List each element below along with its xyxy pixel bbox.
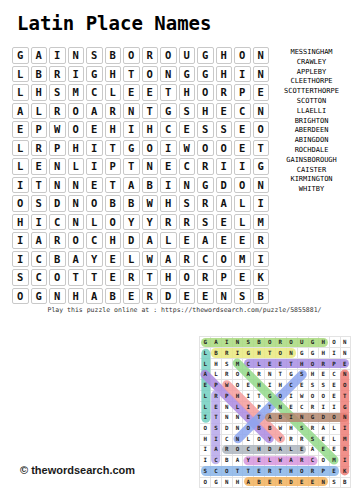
answer-cell-r10c8: Y (275, 433, 286, 444)
grid-cell-r10c3: C (49, 214, 66, 231)
grid-cell-r8c9: I (160, 177, 177, 194)
answer-cell-r11c7: D (264, 444, 275, 455)
word-list-item: KIRMINGTON (270, 175, 353, 185)
answer-cell-r8c4: N (232, 412, 243, 423)
grid-cell-r8c12: D (216, 177, 233, 194)
answer-cell-r1c6: B (254, 337, 265, 348)
grid-cell-r13c11: R (197, 269, 214, 286)
answer-cell-r13c11: R (307, 466, 318, 477)
grid-cell-r14c5: A (86, 288, 103, 305)
grid-cell-r6c10: W (179, 140, 196, 157)
answer-cell-r7c14: G (339, 401, 350, 412)
answer-cell-r5c10: E (296, 380, 307, 391)
answer-cell-r7c6: P (254, 401, 265, 412)
grid-cell-r1c5: S (86, 47, 103, 64)
answer-cell-r9c10: S (296, 423, 307, 434)
answer-cell-r7c2: E (211, 401, 222, 412)
grid-cell-r8c4: N (68, 177, 85, 194)
grid-cell-r7c1: L (12, 158, 29, 175)
word-list-item: BRIGHTON (270, 117, 353, 127)
grid-cell-r5c12: S (216, 121, 233, 138)
grid-cell-r14c12: N (216, 288, 233, 305)
grid-cell-r10c11: S (197, 214, 214, 231)
answer-cell-r1c11: G (307, 337, 318, 348)
answer-cell-r3c11: O (307, 358, 318, 369)
answer-cell-r3c3: S (221, 358, 232, 369)
word-list-item: MESSINGHAM (270, 48, 353, 58)
answer-cell-r3c14: E (339, 358, 350, 369)
answer-cell-r3c1: L (200, 358, 211, 369)
grid-cell-r10c9: R (160, 214, 177, 231)
grid-cell-r11c3: R (49, 232, 66, 249)
grid-cell-r11c1: I (12, 232, 29, 249)
grid-cell-r4c1: A (12, 103, 29, 120)
answer-cell-r1c7: O (264, 337, 275, 348)
answer-cell-r11c8: A (275, 444, 286, 455)
grid-cell-r3c10: H (179, 84, 196, 101)
grid-cell-r2c8: O (142, 66, 159, 83)
answer-cell-r10c12: E (318, 433, 329, 444)
word-list-item: ABERDEEN (270, 126, 353, 136)
answer-cell-r8c10: N (296, 412, 307, 423)
grid-cell-r1c1: G (12, 47, 29, 64)
answer-cell-r10c7: Y (264, 433, 275, 444)
grid-cell-r9c7: B (123, 195, 140, 212)
answer-cell-r10c5: L (243, 433, 254, 444)
answer-cell-r7c5: I (243, 401, 254, 412)
grid-cell-r6c2: R (31, 140, 48, 157)
answer-cell-r4c7: N (264, 369, 275, 380)
answer-cell-r5c14: O (339, 380, 350, 391)
answer-cell-r10c13: L (329, 433, 340, 444)
grid-cell-r12c9: A (160, 251, 177, 268)
answer-cell-r8c9: I (286, 412, 297, 423)
answer-cell-r4c3: R (221, 369, 232, 380)
word-list-item: ROCHDALE (270, 146, 353, 156)
grid-cell-r10c1: H (12, 214, 29, 231)
answer-cell-r9c2: S (211, 423, 222, 434)
grid-cell-r3c3: S (49, 84, 66, 101)
answer-cell-r11c4: O (232, 444, 243, 455)
grid-cell-r3c8: E (142, 84, 159, 101)
grid-cell-r1c7: O (123, 47, 140, 64)
answer-cell-r8c7: A (264, 412, 275, 423)
grid-cell-r12c12: O (216, 251, 233, 268)
grid-cell-r12c8: W (142, 251, 159, 268)
grid-cell-r2c11: G (197, 66, 214, 83)
grid-cell-r6c9: I (160, 140, 177, 157)
answer-cell-r5c11: S (307, 380, 318, 391)
answer-cell-r8c6: T (254, 412, 265, 423)
grid-cell-r5c14: O (253, 121, 270, 138)
grid-cell-r8c11: G (197, 177, 214, 194)
grid-cell-r10c8: Y (142, 214, 159, 231)
grid-cell-r13c7: R (123, 269, 140, 286)
grid-cell-r4c12: E (216, 103, 233, 120)
answer-cell-r4c10: S (296, 369, 307, 380)
answer-cell-r10c10: R (296, 433, 307, 444)
grid-cell-r7c9: E (160, 158, 177, 175)
grid-cell-r2c9: N (160, 66, 177, 83)
answer-cell-r10c4: N (232, 433, 243, 444)
answer-cell-r7c9: E (286, 401, 297, 412)
grid-cell-r14c4: H (68, 288, 85, 305)
answer-cell-r4c14: N (339, 369, 350, 380)
grid-cell-r14c9: D (160, 288, 177, 305)
grid-cell-r4c10: S (179, 103, 196, 120)
word-list: MESSINGHAMCRAWLEYAPPLEBYCLEETHORPESCOTTE… (270, 48, 353, 195)
grid-cell-r11c8: A (142, 232, 159, 249)
grid-cell-r10c14: M (253, 214, 270, 231)
answer-cell-r14c10: E (296, 476, 307, 487)
answer-cell-r10c6: O (254, 433, 265, 444)
answer-cell-r8c8: B (275, 412, 286, 423)
grid-cell-r13c4: T (68, 269, 85, 286)
grid-cell-r4c5: A (86, 103, 103, 120)
grid-cell-r11c2: A (31, 232, 48, 249)
grid-cell-r2c12: H (216, 66, 233, 83)
answer-key-grid: GAINSBOROUGHONLBRIGHTONGGHINLHSMCLEETHOR… (199, 336, 351, 488)
answer-cell-r12c8: W (275, 455, 286, 466)
grid-cell-r9c9: H (160, 195, 177, 212)
grid-cell-r11c9: L (160, 232, 177, 249)
grid-cell-r9c11: R (197, 195, 214, 212)
answer-cell-r2c6: H (254, 348, 265, 359)
grid-cell-r13c3: O (49, 269, 66, 286)
answer-cell-r11c3: R (221, 444, 232, 455)
grid-cell-r4c6: R (105, 103, 122, 120)
grid-cell-r14c6: B (105, 288, 122, 305)
grid-cell-r7c12: I (216, 158, 233, 175)
grid-cell-r5c5: E (86, 121, 103, 138)
grid-cell-r2c6: H (105, 66, 122, 83)
grid-cell-r7c7: T (123, 158, 140, 175)
grid-cell-r14c13: S (234, 288, 251, 305)
grid-cell-r6c7: G (123, 140, 140, 157)
answer-cell-r11c6: H (254, 444, 265, 455)
grid-cell-r8c5: E (86, 177, 103, 194)
answer-cell-r2c9: N (286, 348, 297, 359)
grid-cell-r2c1: L (12, 66, 29, 83)
grid-cell-r7c5: I (86, 158, 103, 175)
grid-cell-r13c6: E (105, 269, 122, 286)
grid-cell-r5c6: H (105, 121, 122, 138)
grid-cell-r9c8: W (142, 195, 159, 212)
grid-cell-r5c2: P (31, 121, 48, 138)
answer-cell-r8c1: I (200, 412, 211, 423)
answer-cell-r6c2: R (211, 391, 222, 402)
answer-cell-r6c13: E (329, 391, 340, 402)
grid-cell-r3c6: L (105, 84, 122, 101)
grid-cell-r6c6: T (105, 140, 122, 157)
grid-cell-r6c11: O (197, 140, 214, 157)
page-title: Latin Place Names (17, 12, 211, 34)
grid-cell-r14c8: R (142, 288, 159, 305)
grid-cell-r6c1: L (12, 140, 29, 157)
puzzle-url-caption: Play this puzzle online at : https://the… (16, 306, 353, 314)
answer-cell-r8c2: T (211, 412, 222, 423)
grid-cell-r5c3: W (49, 121, 66, 138)
answer-cell-r9c13: L (329, 423, 340, 434)
grid-cell-r11c6: H (105, 232, 122, 249)
answer-cell-r1c3: I (221, 337, 232, 348)
answer-cell-r6c8: O (275, 391, 286, 402)
answer-cell-r9c1: O (200, 423, 211, 434)
grid-cell-r2c10: G (179, 66, 196, 83)
grid-cell-r5c10: E (179, 121, 196, 138)
word-list-item: WHITBY (270, 185, 353, 195)
answer-cell-r2c3: R (221, 348, 232, 359)
grid-cell-r7c3: N (49, 158, 66, 175)
word-list-item: APPLEBY (270, 68, 353, 78)
answer-cell-r4c9: G (286, 369, 297, 380)
grid-cell-r6c14: T (253, 140, 270, 157)
grid-cell-r4c9: G (160, 103, 177, 120)
grid-cell-r7c6: P (105, 158, 122, 175)
answer-cell-r10c3: C (221, 433, 232, 444)
grid-cell-r6c8: O (142, 140, 159, 157)
answer-cell-r6c3: P (221, 391, 232, 402)
answer-cell-r9c6: B (254, 423, 265, 434)
answer-cell-r8c14: N (339, 412, 350, 423)
grid-cell-r2c7: T (123, 66, 140, 83)
grid-cell-r5c9: C (160, 121, 177, 138)
answer-cell-r5c1: E (200, 380, 211, 391)
grid-cell-r9c4: N (68, 195, 85, 212)
grid-cell-r9c3: D (49, 195, 66, 212)
grid-cell-r13c13: E (234, 269, 251, 286)
grid-cell-r14c7: E (123, 288, 140, 305)
answer-cell-r4c6: R (254, 369, 265, 380)
grid-cell-r13c10: O (179, 269, 196, 286)
grid-cell-r8c10: N (179, 177, 196, 194)
grid-cell-r3c14: E (253, 84, 270, 101)
answer-cell-r14c7: E (264, 476, 275, 487)
grid-cell-r11c10: E (179, 232, 196, 249)
grid-cell-r8c6: T (105, 177, 122, 194)
grid-cell-r12c2: C (31, 251, 48, 268)
answer-cell-r11c9: L (286, 444, 297, 455)
answer-cell-r13c10: O (296, 466, 307, 477)
grid-cell-r12c3: B (49, 251, 66, 268)
answer-cell-r1c14: N (339, 337, 350, 348)
grid-cell-r4c11: H (197, 103, 214, 120)
grid-cell-r12c13: M (234, 251, 251, 268)
answer-cell-r3c13: P (329, 358, 340, 369)
answer-key-cells: GAINSBOROUGHONLBRIGHTONGGHINLHSMCLEETHOR… (200, 337, 350, 487)
answer-cell-r14c11: E (307, 476, 318, 487)
grid-cell-r6c13: E (234, 140, 251, 157)
grid-cell-r2c5: G (86, 66, 103, 83)
answer-cell-r12c6: E (254, 455, 265, 466)
grid-cell-r13c8: T (142, 269, 159, 286)
grid-cell-r1c3: I (49, 47, 66, 64)
grid-cell-r8c1: I (12, 177, 29, 194)
answer-cell-r6c5: I (243, 391, 254, 402)
grid-cell-r12c10: R (179, 251, 196, 268)
answer-cell-r12c4: A (232, 455, 243, 466)
answer-cell-r14c8: R (275, 476, 286, 487)
answer-cell-r11c5: C (243, 444, 254, 455)
grid-cell-r1c13: O (234, 47, 251, 64)
answer-cell-r1c12: H (318, 337, 329, 348)
grid-cell-r7c11: R (197, 158, 214, 175)
answer-cell-r14c1: O (200, 476, 211, 487)
answer-cell-r7c8: N (275, 401, 286, 412)
grid-cell-r5c8: H (142, 121, 159, 138)
answer-cell-r11c14: R (339, 444, 350, 455)
answer-cell-r13c3: O (221, 466, 232, 477)
grid-cell-r11c11: A (197, 232, 214, 249)
grid-cell-r11c14: R (253, 232, 270, 249)
answer-cell-r5c7: I (264, 380, 275, 391)
grid-cell-r1c4: N (68, 47, 85, 64)
grid-cell-r1c2: A (31, 47, 48, 64)
answer-cell-r5c9: C (286, 380, 297, 391)
answer-cell-r1c2: A (211, 337, 222, 348)
answer-cell-r1c9: O (286, 337, 297, 348)
grid-cell-r4c3: R (49, 103, 66, 120)
grid-cell-r11c7: D (123, 232, 140, 249)
grid-cell-r1c9: O (160, 47, 177, 64)
grid-cell-r9c10: S (179, 195, 196, 212)
grid-cell-r5c13: E (234, 121, 251, 138)
grid-cell-r6c3: P (49, 140, 66, 157)
grid-cell-r7c2: E (31, 158, 48, 175)
answer-cell-r12c3: B (221, 455, 232, 466)
grid-cell-r3c2: H (31, 84, 48, 101)
answer-cell-r9c8: W (275, 423, 286, 434)
grid-cell-r13c9: H (160, 269, 177, 286)
grid-cell-r12c4: A (68, 251, 85, 268)
grid-cell-r12c1: I (12, 251, 29, 268)
grid-cell-r2c14: N (253, 66, 270, 83)
answer-cell-r1c5: S (243, 337, 254, 348)
answer-cell-r9c7: B (264, 423, 275, 434)
answer-cell-r11c12: E (318, 444, 329, 455)
grid-cell-r3c7: E (123, 84, 140, 101)
grid-cell-r1c8: R (142, 47, 159, 64)
answer-cell-r11c10: E (296, 444, 307, 455)
answer-cell-r14c3: N (221, 476, 232, 487)
answer-cell-r6c1: L (200, 391, 211, 402)
answer-cell-r12c14: I (339, 455, 350, 466)
answer-cell-r9c14: I (339, 423, 350, 434)
grid-cell-r13c12: P (216, 269, 233, 286)
answer-cell-r11c11: A (307, 444, 318, 455)
answer-cell-r13c7: R (264, 466, 275, 477)
answer-cell-r10c11: S (307, 433, 318, 444)
answer-cell-r2c10: G (296, 348, 307, 359)
answer-cell-r12c12: O (318, 455, 329, 466)
answer-cell-r8c3: N (221, 412, 232, 423)
grid-cell-r8c3: N (49, 177, 66, 194)
grid-cell-r9c12: A (216, 195, 233, 212)
grid-cell-r13c14: K (253, 269, 270, 286)
grid-cell-r13c5: T (86, 269, 103, 286)
answer-cell-r12c11: C (307, 455, 318, 466)
grid-cell-r3c4: M (68, 84, 85, 101)
answer-cell-r14c6: B (254, 476, 265, 487)
grid-cell-r10c4: N (68, 214, 85, 231)
answer-cell-r12c13: M (329, 455, 340, 466)
answer-cell-r2c5: G (243, 348, 254, 359)
grid-cell-r2c13: I (234, 66, 251, 83)
answer-cell-r4c13: C (329, 369, 340, 380)
answer-cell-r8c12: D (318, 412, 329, 423)
answer-cell-r9c3: D (221, 423, 232, 434)
grid-cell-r5c7: I (123, 121, 140, 138)
answer-cell-r14c13: S (329, 476, 340, 487)
grid-cell-r11c13: E (234, 232, 251, 249)
grid-cell-r3c9: T (160, 84, 177, 101)
answer-cell-r14c14: B (339, 476, 350, 487)
answer-cell-r3c5: C (243, 358, 254, 369)
word-list-item: GAINSBOROUGH (270, 156, 353, 166)
word-list-item: CLEETHORPE (270, 77, 353, 87)
answer-cell-r7c11: R (307, 401, 318, 412)
grid-cell-r2c2: B (31, 66, 48, 83)
answer-cell-r14c12: N (318, 476, 329, 487)
answer-cell-r12c10: R (296, 455, 307, 466)
answer-cell-r7c1: L (200, 401, 211, 412)
answer-cell-r14c4: H (232, 476, 243, 487)
grid-cell-r2c3: R (49, 66, 66, 83)
answer-cell-r3c8: E (275, 358, 286, 369)
answer-cell-r3c4: M (232, 358, 243, 369)
answer-cell-r5c12: S (318, 380, 329, 391)
answer-cell-r5c4: O (232, 380, 243, 391)
grid-cell-r2c4: I (68, 66, 85, 83)
grid-cell-r9c2: S (31, 195, 48, 212)
grid-cell-r10c7: Y (123, 214, 140, 231)
grid-cell-r1c6: B (105, 47, 122, 64)
grid-cell-r10c5: L (86, 214, 103, 231)
answer-cell-r14c9: D (286, 476, 297, 487)
grid-cell-r4c7: N (123, 103, 140, 120)
answer-cell-r11c2: A (211, 444, 222, 455)
answer-cell-r13c14: K (339, 466, 350, 477)
answer-cell-r7c12: I (318, 401, 329, 412)
answer-cell-r5c3: W (221, 380, 232, 391)
answer-cell-r14c5: A (243, 476, 254, 487)
answer-cell-r10c2: I (211, 433, 222, 444)
answer-cell-r3c9: T (286, 358, 297, 369)
answer-cell-r3c7: E (264, 358, 275, 369)
answer-cell-r2c7: T (264, 348, 275, 359)
answer-cell-r12c5: Y (243, 455, 254, 466)
answer-cell-r8c5: E (243, 412, 254, 423)
answer-cell-r1c13: O (329, 337, 340, 348)
grid-cell-r3c11: O (197, 84, 214, 101)
grid-cell-r10c13: L (234, 214, 251, 231)
answer-cell-r6c11: O (307, 391, 318, 402)
grid-cell-r5c4: O (68, 121, 85, 138)
grid-cell-r6c5: I (86, 140, 103, 157)
answer-cell-r9c11: R (307, 423, 318, 434)
answer-cell-r4c4: O (232, 369, 243, 380)
grid-cell-r7c14: G (253, 158, 270, 175)
grid-cell-r8c2: T (31, 177, 48, 194)
answer-cell-r13c4: T (232, 466, 243, 477)
answer-cell-r3c2: H (211, 358, 222, 369)
grid-cell-r9c14: I (253, 195, 270, 212)
answer-cell-r6c14: T (339, 391, 350, 402)
answer-cell-r3c12: R (318, 358, 329, 369)
answer-cell-r2c4: I (232, 348, 243, 359)
answer-cell-r2c14: N (339, 348, 350, 359)
answer-cell-r3c6: L (254, 358, 265, 369)
